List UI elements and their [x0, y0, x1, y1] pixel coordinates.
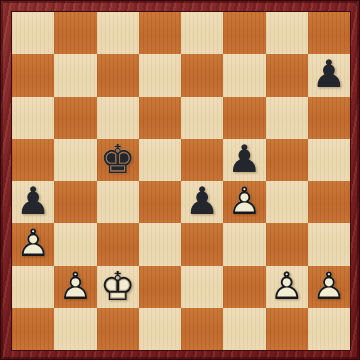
pawn-outline-layer: ♙ [12, 223, 54, 264]
square-h1[interactable] [308, 308, 350, 350]
square-d2[interactable] [139, 266, 181, 308]
square-g7[interactable] [266, 54, 308, 96]
square-e3[interactable] [181, 223, 223, 265]
square-e6[interactable] [181, 97, 223, 139]
square-h4[interactable] [308, 181, 350, 223]
square-b5[interactable] [54, 139, 96, 181]
square-b2[interactable]: ♟♙ [54, 266, 96, 308]
king-outline-layer: ♔ [97, 266, 139, 307]
square-f3[interactable] [223, 223, 265, 265]
square-f5[interactable]: ♟ [223, 139, 265, 181]
pawn-outline-layer: ♙ [308, 266, 350, 307]
square-a1[interactable] [12, 308, 54, 350]
square-h3[interactable] [308, 223, 350, 265]
white-pawn[interactable]: ♟♙ [54, 266, 96, 308]
square-g1[interactable] [266, 308, 308, 350]
square-b4[interactable] [54, 181, 96, 223]
white-king[interactable]: ♚♔ [97, 266, 139, 308]
square-c4[interactable] [97, 181, 139, 223]
pawn-solid-layer: ♟ [308, 54, 350, 95]
pawn-solid-layer: ♟ [181, 181, 223, 222]
square-f8[interactable] [223, 12, 265, 54]
square-e7[interactable] [181, 54, 223, 96]
square-g4[interactable] [266, 181, 308, 223]
square-c8[interactable] [97, 12, 139, 54]
square-f1[interactable] [223, 308, 265, 350]
square-a5[interactable] [12, 139, 54, 181]
square-h7[interactable]: ♟ [308, 54, 350, 96]
square-c2[interactable]: ♚♔ [97, 266, 139, 308]
square-b8[interactable] [54, 12, 96, 54]
square-b7[interactable] [54, 54, 96, 96]
square-e5[interactable] [181, 139, 223, 181]
black-pawn[interactable]: ♟ [12, 181, 54, 223]
square-f2[interactable] [223, 266, 265, 308]
square-a6[interactable] [12, 97, 54, 139]
board-frame: ♟♚♟♟♟♟♙♟♙♟♙♚♔♟♙♟♙ [0, 0, 360, 360]
pawn-outline-layer: ♙ [54, 266, 96, 307]
black-pawn[interactable]: ♟ [308, 54, 350, 96]
square-a7[interactable] [12, 54, 54, 96]
square-d5[interactable] [139, 139, 181, 181]
black-pawn[interactable]: ♟ [181, 181, 223, 223]
square-h5[interactable] [308, 139, 350, 181]
white-pawn[interactable]: ♟♙ [223, 181, 265, 223]
white-pawn[interactable]: ♟♙ [308, 266, 350, 308]
square-d1[interactable] [139, 308, 181, 350]
square-e1[interactable] [181, 308, 223, 350]
square-d4[interactable] [139, 181, 181, 223]
square-c1[interactable] [97, 308, 139, 350]
chess-board: ♟♚♟♟♟♟♙♟♙♟♙♚♔♟♙♟♙ [11, 11, 351, 351]
square-g8[interactable] [266, 12, 308, 54]
white-pawn[interactable]: ♟♙ [266, 266, 308, 308]
square-h6[interactable] [308, 97, 350, 139]
square-a2[interactable] [12, 266, 54, 308]
square-d3[interactable] [139, 223, 181, 265]
square-c3[interactable] [97, 223, 139, 265]
pawn-solid-layer: ♟ [12, 181, 54, 222]
pawn-outline-layer: ♙ [266, 266, 308, 307]
pawn-outline-layer: ♙ [223, 181, 265, 222]
square-e8[interactable] [181, 12, 223, 54]
square-f6[interactable] [223, 97, 265, 139]
square-h8[interactable] [308, 12, 350, 54]
square-a3[interactable]: ♟♙ [12, 223, 54, 265]
square-e4[interactable]: ♟ [181, 181, 223, 223]
square-d6[interactable] [139, 97, 181, 139]
square-g6[interactable] [266, 97, 308, 139]
square-f7[interactable] [223, 54, 265, 96]
square-b3[interactable] [54, 223, 96, 265]
pawn-solid-layer: ♟ [223, 139, 265, 180]
square-a8[interactable] [12, 12, 54, 54]
king-solid-layer: ♚ [97, 139, 139, 180]
square-b1[interactable] [54, 308, 96, 350]
square-e2[interactable] [181, 266, 223, 308]
square-f4[interactable]: ♟♙ [223, 181, 265, 223]
square-b6[interactable] [54, 97, 96, 139]
square-c7[interactable] [97, 54, 139, 96]
square-g3[interactable] [266, 223, 308, 265]
square-g5[interactable] [266, 139, 308, 181]
square-d7[interactable] [139, 54, 181, 96]
square-c5[interactable]: ♚ [97, 139, 139, 181]
square-h2[interactable]: ♟♙ [308, 266, 350, 308]
square-d8[interactable] [139, 12, 181, 54]
square-c6[interactable] [97, 97, 139, 139]
black-king[interactable]: ♚ [97, 139, 139, 181]
square-a4[interactable]: ♟ [12, 181, 54, 223]
white-pawn[interactable]: ♟♙ [12, 223, 54, 265]
square-g2[interactable]: ♟♙ [266, 266, 308, 308]
black-pawn[interactable]: ♟ [223, 139, 265, 181]
